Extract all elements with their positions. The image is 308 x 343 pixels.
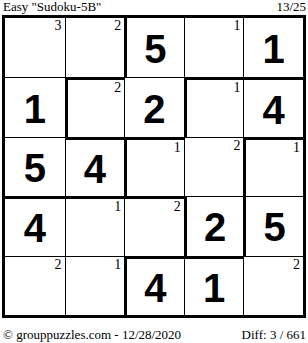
cell-r5c1[interactable]: 2 xyxy=(5,256,65,315)
corner-mark: 2 xyxy=(233,138,240,154)
puzzle-title: Easy "Sudoku-5B" xyxy=(3,0,101,14)
corner-mark: 1 xyxy=(174,140,181,156)
cell-r5c2[interactable]: 1 xyxy=(65,256,125,315)
cell-r5c5[interactable]: 2 xyxy=(243,256,303,315)
cell-r3c4[interactable]: 2 xyxy=(184,137,244,196)
corner-mark: 2 xyxy=(55,257,62,273)
copyright-text: © grouppuzzles.com - 12/28/2020 xyxy=(3,327,181,342)
corner-mark: 2 xyxy=(174,199,181,215)
difficulty-text: Diff: 3 / 661 xyxy=(242,327,306,342)
cell-r3c2[interactable]: 4 xyxy=(65,137,125,196)
cell-r3c1[interactable]: 5 xyxy=(5,137,65,196)
cell-r2c5[interactable]: 4 xyxy=(243,77,303,136)
cell-r3c3[interactable]: 1 xyxy=(124,137,184,196)
cell-value: 1 xyxy=(263,27,285,69)
cell-r1c4[interactable]: 1 xyxy=(184,18,244,77)
cell-value: 4 xyxy=(144,266,166,308)
cell-value: 5 xyxy=(24,146,46,188)
cell-value: 5 xyxy=(264,205,286,247)
corner-mark: 1 xyxy=(114,199,121,215)
cell-value: 1 xyxy=(24,87,46,129)
cell-r2c3[interactable]: 2 xyxy=(124,77,184,136)
cell-r4c1[interactable]: 4 xyxy=(5,196,65,255)
cell-r2c4[interactable]: 1 xyxy=(184,77,244,136)
corner-mark: 2 xyxy=(114,18,121,34)
cell-r1c3[interactable]: 5 xyxy=(124,18,184,77)
corner-mark: 1 xyxy=(233,80,240,96)
puzzle-footer: © grouppuzzles.com - 12/28/2020 Diff: 3 … xyxy=(3,326,306,342)
cell-value: 4 xyxy=(24,206,46,248)
cell-r5c4[interactable]: 1 xyxy=(184,256,244,315)
cell-r3c5[interactable]: 1 xyxy=(243,137,303,196)
corner-mark: 1 xyxy=(233,18,240,34)
cell-value: 4 xyxy=(84,147,106,189)
corner-mark: 1 xyxy=(114,257,121,273)
corner-mark: 1 xyxy=(293,140,300,156)
corner-mark: 2 xyxy=(293,257,300,273)
cell-r5c3[interactable]: 4 xyxy=(124,256,184,315)
cell-r1c2[interactable]: 2 xyxy=(65,18,125,77)
cell-r4c5[interactable]: 5 xyxy=(243,196,303,255)
cell-value: 5 xyxy=(144,27,166,69)
cell-r4c4[interactable]: 2 xyxy=(184,196,244,255)
corner-mark: 2 xyxy=(114,80,121,96)
cell-r4c3[interactable]: 2 xyxy=(124,196,184,255)
cell-r1c5[interactable]: 1 xyxy=(243,18,303,77)
cell-r2c2[interactable]: 2 xyxy=(65,77,125,136)
progress-counter: 13/25 xyxy=(276,0,306,14)
cell-value: 2 xyxy=(204,205,226,247)
puzzle-header: Easy "Sudoku-5B" 13/25 xyxy=(3,0,306,14)
cell-r4c2[interactable]: 1 xyxy=(65,196,125,255)
cell-value: 2 xyxy=(143,87,165,129)
corner-mark: 3 xyxy=(55,18,62,34)
cell-value: 1 xyxy=(203,266,225,308)
cell-r2c1[interactable]: 1 xyxy=(5,77,65,136)
sudoku-board: 3251112214541214122521412 xyxy=(2,15,306,318)
cell-value: 4 xyxy=(263,88,285,130)
cell-r1c1[interactable]: 3 xyxy=(5,18,65,77)
